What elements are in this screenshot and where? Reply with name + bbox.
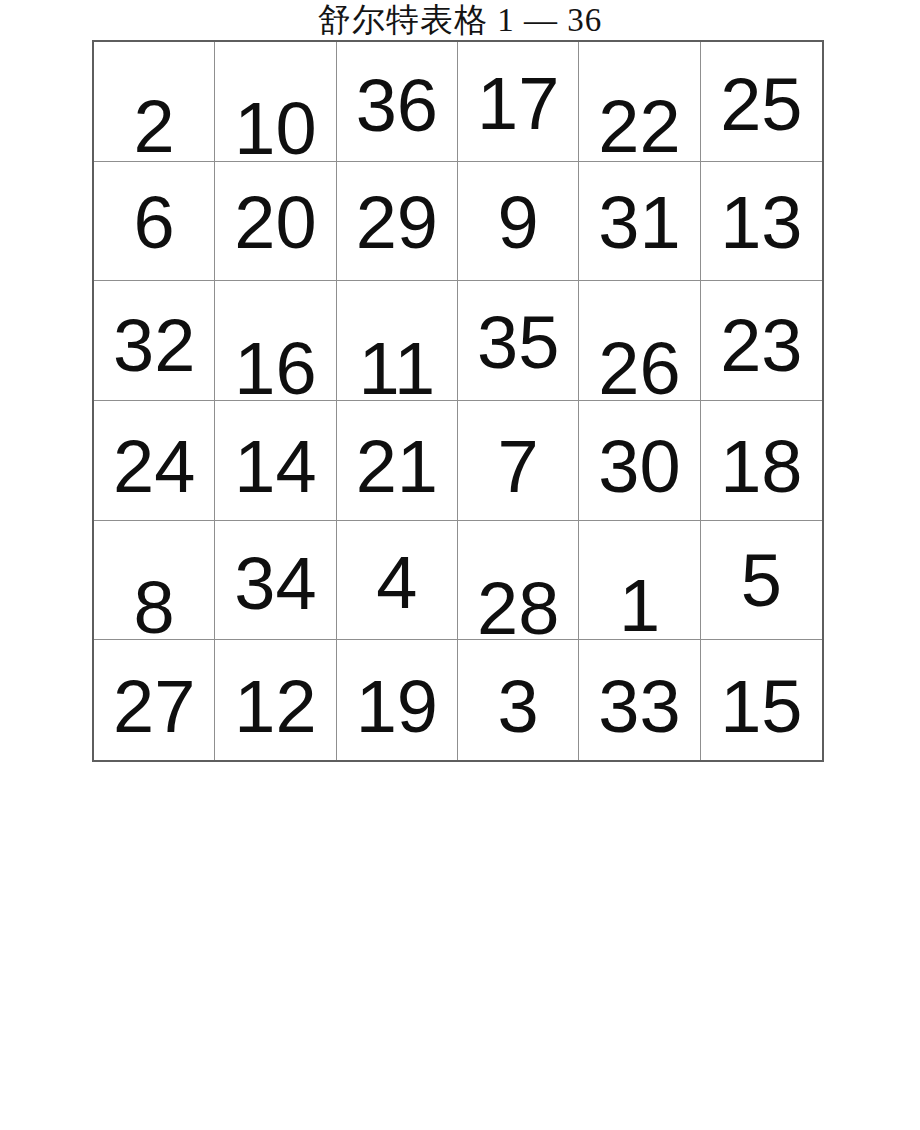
cell-number: 5 xyxy=(741,544,782,618)
cell-r4c4[interactable]: 7 xyxy=(458,401,579,521)
cell-r6c5[interactable]: 33 xyxy=(579,640,700,760)
cell-number: 20 xyxy=(234,186,316,260)
cell-r6c4[interactable]: 3 xyxy=(458,640,579,760)
cell-number: 16 xyxy=(234,332,316,401)
cell-r3c2[interactable]: 16 xyxy=(215,281,336,401)
cell-r2c1[interactable]: 6 xyxy=(94,162,215,282)
cell-r4c6[interactable]: 18 xyxy=(701,401,822,521)
cell-number: 4 xyxy=(376,546,417,620)
cell-r2c5[interactable]: 31 xyxy=(579,162,700,282)
cell-number: 21 xyxy=(356,430,438,504)
cell-number: 18 xyxy=(720,430,802,504)
cell-number: 3 xyxy=(498,670,539,744)
cell-number: 32 xyxy=(113,309,195,383)
cell-r1c2[interactable]: 10 xyxy=(215,42,336,162)
cell-number: 9 xyxy=(498,186,539,260)
page-title: 舒尔特表格 1 — 36 xyxy=(0,0,920,40)
cell-r4c5[interactable]: 30 xyxy=(579,401,700,521)
cell-r4c3[interactable]: 21 xyxy=(337,401,458,521)
cell-number: 23 xyxy=(720,309,802,383)
cell-number: 17 xyxy=(477,67,559,141)
cell-r3c4[interactable]: 35 xyxy=(458,281,579,401)
cell-number: 28 xyxy=(477,572,559,640)
cell-r1c6[interactable]: 25 xyxy=(701,42,822,162)
cell-r2c6[interactable]: 13 xyxy=(701,162,822,282)
cell-r2c2[interactable]: 20 xyxy=(215,162,336,282)
cell-number: 22 xyxy=(598,90,680,161)
cell-number: 35 xyxy=(477,306,559,380)
cell-number: 2 xyxy=(134,90,175,161)
cell-number: 10 xyxy=(234,92,316,161)
cell-r1c5[interactable]: 22 xyxy=(579,42,700,162)
cell-r5c2[interactable]: 34 xyxy=(215,521,336,641)
cell-number: 11 xyxy=(358,332,435,401)
cell-r3c1[interactable]: 32 xyxy=(94,281,215,401)
cell-number: 25 xyxy=(720,68,802,142)
cell-number: 8 xyxy=(134,571,175,640)
cell-number: 34 xyxy=(234,547,316,621)
cell-number: 1 xyxy=(619,569,660,640)
cell-r6c2[interactable]: 12 xyxy=(215,640,336,760)
cell-number: 19 xyxy=(356,670,438,744)
cell-r5c4[interactable]: 28 xyxy=(458,521,579,641)
cell-r4c1[interactable]: 24 xyxy=(94,401,215,521)
cell-number: 7 xyxy=(498,430,539,504)
cell-r1c1[interactable]: 2 xyxy=(94,42,215,162)
cell-r5c6[interactable]: 5 xyxy=(701,521,822,641)
cell-r3c3[interactable]: 11 xyxy=(337,281,458,401)
cell-r3c6[interactable]: 23 xyxy=(701,281,822,401)
cell-r4c2[interactable]: 14 xyxy=(215,401,336,521)
cell-r2c3[interactable]: 29 xyxy=(337,162,458,282)
cell-number: 33 xyxy=(598,670,680,744)
cell-number: 31 xyxy=(598,186,680,260)
cell-r5c3[interactable]: 4 xyxy=(337,521,458,641)
cell-number: 6 xyxy=(134,186,175,260)
cell-r3c5[interactable]: 26 xyxy=(579,281,700,401)
cell-number: 36 xyxy=(356,69,438,143)
cell-number: 30 xyxy=(598,430,680,504)
cell-number: 29 xyxy=(356,186,438,260)
cell-r2c4[interactable]: 9 xyxy=(458,162,579,282)
cell-number: 12 xyxy=(234,670,316,744)
cell-number: 27 xyxy=(113,670,195,744)
cell-r1c4[interactable]: 17 xyxy=(458,42,579,162)
cell-number: 24 xyxy=(113,430,195,504)
schulte-grid: 2103617222562029931133216113526232414217… xyxy=(92,40,824,762)
cell-number: 26 xyxy=(598,332,680,401)
cell-r1c3[interactable]: 36 xyxy=(337,42,458,162)
cell-r5c5[interactable]: 1 xyxy=(579,521,700,641)
cell-number: 15 xyxy=(720,670,802,744)
cell-r6c1[interactable]: 27 xyxy=(94,640,215,760)
cell-number: 13 xyxy=(720,186,802,260)
cell-number: 14 xyxy=(234,430,316,504)
cell-r6c3[interactable]: 19 xyxy=(337,640,458,760)
cell-r5c1[interactable]: 8 xyxy=(94,521,215,641)
cell-r6c6[interactable]: 15 xyxy=(701,640,822,760)
